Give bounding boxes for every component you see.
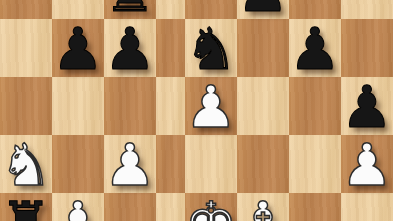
square-r3c2[interactable]: ♟ bbox=[104, 135, 156, 193]
square-r3c5[interactable] bbox=[237, 135, 289, 193]
chess-board: ♜♟♟♟♞♟♟♟♞♟♟♜♟♚♝♟ bbox=[0, 0, 393, 221]
white-pawn-piece[interactable]: ♟ bbox=[185, 78, 237, 136]
square-r2c7[interactable]: ♟ bbox=[341, 77, 393, 135]
square-r3c4[interactable] bbox=[185, 135, 237, 193]
square-r4c3[interactable] bbox=[156, 193, 185, 221]
square-r1c1[interactable]: ♟ bbox=[52, 19, 104, 77]
square-r3c1[interactable] bbox=[52, 135, 104, 193]
square-r2c4[interactable]: ♟ bbox=[185, 77, 237, 135]
square-r0c3[interactable] bbox=[156, 0, 185, 19]
white-pawn-piece[interactable]: ♟ bbox=[52, 194, 104, 221]
square-r1c3[interactable] bbox=[156, 19, 185, 77]
chess-board-viewport: ♜♟♟♟♞♟♟♟♞♟♟♜♟♚♝♟ bbox=[0, 0, 393, 221]
white-bishop-piece[interactable]: ♝ bbox=[237, 194, 289, 221]
white-king-piece[interactable]: ♚ bbox=[185, 194, 237, 221]
black-knight-piece[interactable]: ♞ bbox=[185, 20, 237, 78]
square-r3c0[interactable]: ♞ bbox=[0, 135, 52, 193]
black-pawn-piece[interactable]: ♟ bbox=[104, 20, 156, 78]
square-r3c3[interactable] bbox=[156, 135, 185, 193]
square-r3c6[interactable] bbox=[289, 135, 341, 193]
square-r2c1[interactable] bbox=[52, 77, 104, 135]
square-r1c2[interactable]: ♟ bbox=[104, 19, 156, 77]
square-r3c7[interactable]: ♟ bbox=[341, 135, 393, 193]
square-r2c6[interactable] bbox=[289, 77, 341, 135]
square-r0c0[interactable] bbox=[0, 0, 52, 19]
white-pawn-piece[interactable]: ♟ bbox=[341, 136, 393, 194]
black-pawn-piece[interactable]: ♟ bbox=[52, 20, 104, 78]
square-r2c3[interactable] bbox=[156, 77, 185, 135]
square-r4c5[interactable]: ♝ bbox=[237, 193, 289, 221]
square-r4c4[interactable]: ♚ bbox=[185, 193, 237, 221]
square-r2c5[interactable] bbox=[237, 77, 289, 135]
square-r2c0[interactable] bbox=[0, 77, 52, 135]
square-r0c5[interactable]: ♟ bbox=[237, 0, 289, 19]
square-r4c6[interactable] bbox=[289, 193, 341, 221]
black-pawn-piece[interactable]: ♟ bbox=[341, 78, 393, 136]
square-r1c4[interactable]: ♞ bbox=[185, 19, 237, 77]
square-r1c7[interactable] bbox=[341, 19, 393, 77]
square-r1c6[interactable]: ♟ bbox=[289, 19, 341, 77]
square-r1c5[interactable] bbox=[237, 19, 289, 77]
square-r0c7[interactable] bbox=[341, 0, 393, 19]
black-pawn-piece[interactable]: ♟ bbox=[289, 20, 341, 78]
square-r4c0[interactable]: ♜ bbox=[0, 193, 52, 221]
square-r2c2[interactable] bbox=[104, 77, 156, 135]
black-rook-piece[interactable]: ♜ bbox=[0, 194, 52, 221]
white-pawn-piece[interactable]: ♟ bbox=[104, 136, 156, 194]
square-r4c1[interactable]: ♟ bbox=[52, 193, 104, 221]
square-r1c0[interactable] bbox=[0, 19, 52, 77]
black-pawn-piece[interactable]: ♟ bbox=[237, 0, 289, 20]
white-knight-piece[interactable]: ♞ bbox=[0, 136, 52, 194]
